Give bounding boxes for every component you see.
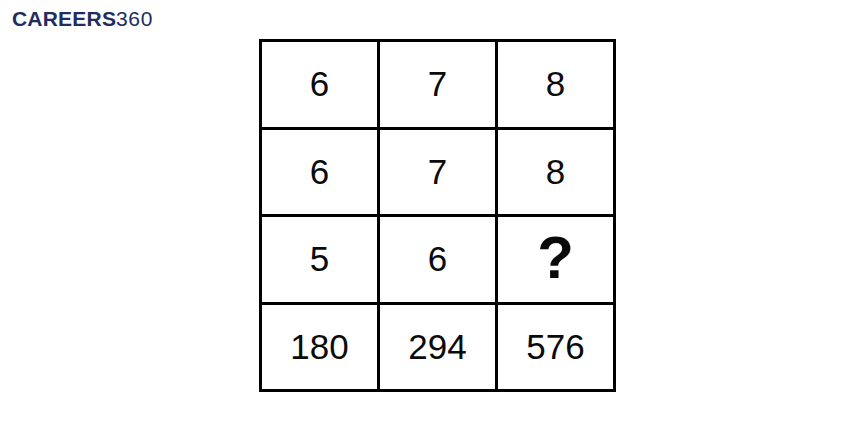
careers360-logo: CAREERS360 — [12, 8, 153, 30]
logo-text-careers: CAREERS — [12, 7, 116, 30]
grid-cell-r4c2: 294 — [380, 305, 495, 390]
mystery-cell: ? — [498, 217, 613, 302]
grid-cell-r2c3: 8 — [498, 130, 613, 215]
puzzle-grid: 6 7 8 6 7 8 5 6 ? 180 294 576 — [259, 39, 616, 392]
grid-cell-r4c1: 180 — [262, 305, 377, 390]
grid-cell-r1c2: 7 — [380, 42, 495, 127]
grid-cell-r3c2: 6 — [380, 217, 495, 302]
grid-cell-r1c3: 8 — [498, 42, 613, 127]
logo-text-360: 360 — [116, 7, 153, 30]
grid-cell-r3c1: 5 — [262, 217, 377, 302]
grid-cell-r2c1: 6 — [262, 130, 377, 215]
page: CAREERS360 6 7 8 6 7 8 5 6 ? 180 294 576 — [0, 0, 860, 430]
grid-cell-r2c2: 7 — [380, 130, 495, 215]
grid-cell-r1c1: 6 — [262, 42, 377, 127]
grid-cell-r4c3: 576 — [498, 305, 613, 390]
